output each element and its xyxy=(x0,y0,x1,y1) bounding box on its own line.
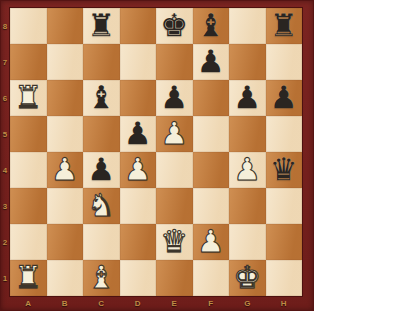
piece-black-king[interactable]: ♚ xyxy=(160,10,188,41)
square-f8[interactable]: ♝ xyxy=(193,8,230,44)
file-label-a: A xyxy=(10,296,47,311)
rank-label-2: 2 xyxy=(0,224,10,260)
square-a4[interactable] xyxy=(10,152,47,188)
piece-white-knight[interactable]: ♞ xyxy=(87,190,115,221)
square-h8[interactable]: ♜ xyxy=(266,8,303,44)
square-c3[interactable]: ♞ xyxy=(83,188,120,224)
square-a6[interactable]: ♜ xyxy=(10,80,47,116)
rank-label-5: 5 xyxy=(0,116,10,152)
square-g8[interactable] xyxy=(229,8,266,44)
square-h6[interactable]: ♟ xyxy=(266,80,303,116)
square-a2[interactable] xyxy=(10,224,47,260)
piece-white-pawn[interactable]: ♟ xyxy=(51,154,79,185)
piece-black-bishop[interactable]: ♝ xyxy=(87,82,115,113)
square-f4[interactable] xyxy=(193,152,230,188)
file-label-d: D xyxy=(120,296,157,311)
square-a3[interactable] xyxy=(10,188,47,224)
square-g5[interactable] xyxy=(229,116,266,152)
square-h7[interactable] xyxy=(266,44,303,80)
square-h4[interactable]: ♛ xyxy=(266,152,303,188)
square-e5[interactable]: ♟ xyxy=(156,116,193,152)
square-h5[interactable] xyxy=(266,116,303,152)
piece-black-pawn[interactable]: ♟ xyxy=(87,154,115,185)
piece-white-rook[interactable]: ♜ xyxy=(14,262,42,293)
square-d2[interactable] xyxy=(120,224,157,260)
square-c4[interactable]: ♟ xyxy=(83,152,120,188)
square-c6[interactable]: ♝ xyxy=(83,80,120,116)
square-e7[interactable] xyxy=(156,44,193,80)
square-h1[interactable] xyxy=(266,260,303,296)
file-label-h: H xyxy=(266,296,303,311)
square-d6[interactable] xyxy=(120,80,157,116)
piece-black-pawn[interactable]: ♟ xyxy=(160,82,188,113)
square-b5[interactable] xyxy=(47,116,84,152)
piece-white-pawn[interactable]: ♟ xyxy=(233,154,261,185)
square-e3[interactable] xyxy=(156,188,193,224)
square-g4[interactable]: ♟ xyxy=(229,152,266,188)
square-d8[interactable] xyxy=(120,8,157,44)
rank-label-8: 8 xyxy=(0,8,10,44)
square-a8[interactable] xyxy=(10,8,47,44)
piece-black-pawn[interactable]: ♟ xyxy=(197,46,225,77)
square-c1[interactable]: ♝ xyxy=(83,260,120,296)
square-b7[interactable] xyxy=(47,44,84,80)
square-e2[interactable]: ♛ xyxy=(156,224,193,260)
board-grid: ♜♚♝♜♟♜♝♟♟♟♟♟♟♟♟♟♛♞♛♟♜♝♚ xyxy=(10,8,302,296)
piece-black-rook[interactable]: ♜ xyxy=(87,10,115,41)
square-f3[interactable] xyxy=(193,188,230,224)
rank-label-3: 3 xyxy=(0,188,10,224)
piece-white-rook[interactable]: ♜ xyxy=(14,82,42,113)
square-d3[interactable] xyxy=(120,188,157,224)
square-e8[interactable]: ♚ xyxy=(156,8,193,44)
file-label-f: F xyxy=(193,296,230,311)
piece-black-pawn[interactable]: ♟ xyxy=(270,82,298,113)
piece-black-bishop[interactable]: ♝ xyxy=(197,10,225,41)
square-b3[interactable] xyxy=(47,188,84,224)
square-b4[interactable]: ♟ xyxy=(47,152,84,188)
piece-black-queen[interactable]: ♛ xyxy=(270,154,298,185)
piece-white-pawn[interactable]: ♟ xyxy=(197,226,225,257)
rank-labels: 87654321 xyxy=(0,8,10,296)
piece-white-pawn[interactable]: ♟ xyxy=(124,154,152,185)
square-g7[interactable] xyxy=(229,44,266,80)
page: 87654321 ABCDEFGH ♜♚♝♜♟♜♝♟♟♟♟♟♟♟♟♟♛♞♛♟♜♝… xyxy=(0,0,414,311)
square-f5[interactable] xyxy=(193,116,230,152)
square-a1[interactable]: ♜ xyxy=(10,260,47,296)
file-labels: ABCDEFGH xyxy=(10,296,302,311)
square-f1[interactable] xyxy=(193,260,230,296)
square-c7[interactable] xyxy=(83,44,120,80)
piece-white-pawn[interactable]: ♟ xyxy=(160,118,188,149)
square-h3[interactable] xyxy=(266,188,303,224)
square-e6[interactable]: ♟ xyxy=(156,80,193,116)
square-g1[interactable]: ♚ xyxy=(229,260,266,296)
square-f7[interactable]: ♟ xyxy=(193,44,230,80)
file-label-c: C xyxy=(83,296,120,311)
square-b1[interactable] xyxy=(47,260,84,296)
square-g3[interactable] xyxy=(229,188,266,224)
piece-black-pawn[interactable]: ♟ xyxy=(233,82,261,113)
square-g2[interactable] xyxy=(229,224,266,260)
file-label-b: B xyxy=(47,296,84,311)
square-a7[interactable] xyxy=(10,44,47,80)
piece-black-rook[interactable]: ♜ xyxy=(270,10,298,41)
square-a5[interactable] xyxy=(10,116,47,152)
square-d1[interactable] xyxy=(120,260,157,296)
square-g6[interactable]: ♟ xyxy=(229,80,266,116)
square-b2[interactable] xyxy=(47,224,84,260)
rank-label-7: 7 xyxy=(0,44,10,80)
square-d7[interactable] xyxy=(120,44,157,80)
square-c2[interactable] xyxy=(83,224,120,260)
file-label-g: G xyxy=(229,296,266,311)
piece-white-bishop[interactable]: ♝ xyxy=(87,262,115,293)
square-c8[interactable]: ♜ xyxy=(83,8,120,44)
square-d5[interactable]: ♟ xyxy=(120,116,157,152)
rank-label-4: 4 xyxy=(0,152,10,188)
piece-white-king[interactable]: ♚ xyxy=(233,262,261,293)
square-e4[interactable] xyxy=(156,152,193,188)
square-b6[interactable] xyxy=(47,80,84,116)
chess-board: 87654321 ABCDEFGH ♜♚♝♜♟♜♝♟♟♟♟♟♟♟♟♟♛♞♛♟♜♝… xyxy=(0,0,314,311)
square-h2[interactable] xyxy=(266,224,303,260)
square-b8[interactable] xyxy=(47,8,84,44)
square-e1[interactable] xyxy=(156,260,193,296)
piece-white-queen[interactable]: ♛ xyxy=(160,226,188,257)
square-d4[interactable]: ♟ xyxy=(120,152,157,188)
rank-label-1: 1 xyxy=(0,260,10,296)
file-label-e: E xyxy=(156,296,193,311)
square-f6[interactable] xyxy=(193,80,230,116)
square-c5[interactable] xyxy=(83,116,120,152)
piece-black-pawn[interactable]: ♟ xyxy=(124,118,152,149)
square-f2[interactable]: ♟ xyxy=(193,224,230,260)
rank-label-6: 6 xyxy=(0,80,10,116)
